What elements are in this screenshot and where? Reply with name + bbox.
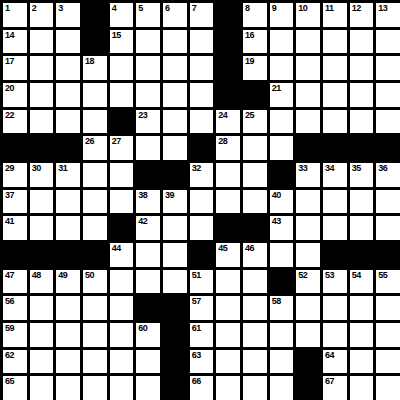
clue-number: 45 [218,243,227,254]
black-cell [110,216,134,240]
white-cell[interactable] [163,136,187,160]
clue-number: 26 [85,136,94,147]
clue-number: 24 [218,110,227,121]
white-cell[interactable] [83,376,107,400]
clue-number: 29 [5,163,14,174]
white-cell[interactable] [323,323,347,347]
white-cell[interactable] [83,110,107,134]
clue-number: 8 [245,3,250,14]
clue-number: 10 [298,3,307,14]
clue-number: 36 [378,163,387,174]
white-cell[interactable] [136,350,160,374]
black-cell [296,136,320,160]
clue-number: 53 [325,270,334,281]
black-cell [350,136,374,160]
clue-number: 40 [272,190,281,201]
white-cell[interactable] [56,110,80,134]
white-cell[interactable] [216,190,240,214]
clue-number: 4 [112,3,117,14]
black-cell [243,216,267,240]
white-cell[interactable] [323,30,347,54]
white-cell[interactable] [136,56,160,80]
white-cell[interactable] [110,190,134,214]
white-cell[interactable] [376,376,400,400]
white-cell[interactable]: 60 [136,323,160,347]
white-cell[interactable] [243,136,267,160]
white-cell[interactable]: 26 [83,136,107,160]
white-cell[interactable] [296,216,320,240]
white-cell[interactable] [376,30,400,54]
white-cell[interactable]: 37 [3,190,27,214]
white-cell[interactable]: 5 [136,3,160,27]
clue-number: 5 [138,3,143,14]
clue-number: 50 [85,270,94,281]
white-cell[interactable]: 36 [376,163,400,187]
white-cell[interactable]: 3 [56,3,80,27]
white-cell[interactable] [296,323,320,347]
clue-number: 43 [272,216,281,227]
white-cell[interactable]: 50 [83,270,107,294]
white-cell[interactable]: 14 [3,30,27,54]
white-cell[interactable] [110,376,134,400]
white-cell[interactable]: 41 [3,216,27,240]
white-cell[interactable]: 38 [136,190,160,214]
white-cell[interactable] [163,30,187,54]
white-cell[interactable] [83,163,107,187]
clue-number: 59 [5,323,14,334]
white-cell[interactable]: 2 [30,3,54,27]
clue-number: 23 [138,110,147,121]
white-cell[interactable] [163,216,187,240]
white-cell[interactable] [323,83,347,107]
white-cell[interactable] [243,350,267,374]
white-cell[interactable] [190,110,214,134]
white-cell[interactable]: 49 [56,270,80,294]
black-cell [190,243,214,267]
white-cell[interactable]: 58 [270,296,294,320]
white-cell[interactable] [323,296,347,320]
clue-number: 55 [378,270,387,281]
black-cell [376,243,400,267]
white-cell[interactable] [30,30,54,54]
white-cell[interactable] [376,350,400,374]
white-cell[interactable]: 30 [30,163,54,187]
clue-number: 3 [58,3,63,14]
white-cell[interactable] [216,163,240,187]
clue-number: 64 [325,350,334,361]
white-cell[interactable] [30,296,54,320]
black-cell [270,163,294,187]
clue-number: 6 [165,3,170,14]
white-cell[interactable]: 10 [296,3,320,27]
clue-number: 61 [192,323,201,334]
clue-number: 46 [245,243,254,254]
black-cell [296,350,320,374]
white-cell[interactable]: 59 [3,323,27,347]
clue-number: 47 [5,270,14,281]
white-cell[interactable] [243,376,267,400]
white-cell[interactable] [136,30,160,54]
white-cell[interactable]: 57 [190,296,214,320]
white-cell[interactable] [110,296,134,320]
clue-number: 14 [5,30,14,41]
crossword-grid: 1234567891011121314151617181920212223242… [0,0,400,400]
clue-number: 18 [85,56,94,67]
white-cell[interactable] [56,56,80,80]
clue-number: 7 [192,3,197,14]
black-cell [270,270,294,294]
white-cell[interactable] [83,216,107,240]
white-cell[interactable]: 64 [323,350,347,374]
white-cell[interactable]: 29 [3,163,27,187]
white-cell[interactable]: 15 [110,30,134,54]
black-cell [163,163,187,187]
white-cell[interactable] [83,190,107,214]
clue-number: 30 [32,163,41,174]
clue-number: 33 [298,163,307,174]
black-cell [3,243,27,267]
clue-number: 60 [138,323,147,334]
white-cell[interactable]: 56 [3,296,27,320]
white-cell[interactable] [216,350,240,374]
white-cell[interactable] [270,323,294,347]
white-cell[interactable] [243,270,267,294]
clue-number: 34 [325,163,334,174]
clue-number: 15 [112,30,121,41]
white-cell[interactable] [270,136,294,160]
black-cell [136,163,160,187]
black-cell [376,136,400,160]
white-cell[interactable] [270,376,294,400]
white-cell[interactable] [243,163,267,187]
white-cell[interactable] [190,83,214,107]
white-cell[interactable] [190,190,214,214]
white-cell[interactable] [190,30,214,54]
white-cell[interactable] [270,350,294,374]
white-cell[interactable]: 21 [270,83,294,107]
white-cell[interactable]: 6 [163,3,187,27]
white-cell[interactable] [83,350,107,374]
clue-number: 57 [192,296,201,307]
white-cell[interactable] [350,56,374,80]
white-cell[interactable]: 48 [30,270,54,294]
clue-number: 27 [112,136,121,147]
white-cell[interactable] [56,376,80,400]
clue-number: 48 [32,270,41,281]
white-cell[interactable] [323,56,347,80]
white-cell[interactable] [136,83,160,107]
white-cell[interactable]: 1 [3,3,27,27]
white-cell[interactable]: 18 [83,56,107,80]
white-cell[interactable]: 51 [190,270,214,294]
white-cell[interactable] [296,190,320,214]
white-cell[interactable]: 7 [190,3,214,27]
white-cell[interactable] [350,216,374,240]
clue-number: 52 [298,270,307,281]
clue-number: 9 [272,3,277,14]
white-cell[interactable]: 40 [270,190,294,214]
white-cell[interactable]: 23 [136,110,160,134]
white-cell[interactable] [56,296,80,320]
white-cell[interactable] [163,110,187,134]
white-cell[interactable] [350,190,374,214]
black-cell [136,296,160,320]
white-cell[interactable] [163,243,187,267]
white-cell[interactable] [270,56,294,80]
white-cell[interactable] [136,270,160,294]
clue-number: 38 [138,190,147,201]
white-cell[interactable]: 65 [3,376,27,400]
white-cell[interactable] [350,30,374,54]
white-cell[interactable] [136,376,160,400]
white-cell[interactable] [30,190,54,214]
white-cell[interactable] [56,83,80,107]
clue-number: 13 [378,3,387,14]
white-cell[interactable] [376,56,400,80]
white-cell[interactable] [350,376,374,400]
black-cell [216,216,240,240]
white-cell[interactable] [216,270,240,294]
white-cell[interactable]: 61 [190,323,214,347]
black-cell [163,323,187,347]
white-cell[interactable] [296,83,320,107]
black-cell [83,3,107,27]
black-cell [323,243,347,267]
white-cell[interactable] [110,350,134,374]
black-cell [163,350,187,374]
white-cell[interactable] [56,323,80,347]
white-cell[interactable] [243,190,267,214]
clue-number: 12 [352,3,361,14]
white-cell[interactable] [376,110,400,134]
black-cell [56,243,80,267]
white-cell[interactable]: 19 [243,56,267,80]
clue-number: 2 [32,3,37,14]
white-cell[interactable] [163,83,187,107]
clue-number: 35 [352,163,361,174]
white-cell[interactable]: 20 [3,83,27,107]
clue-number: 31 [58,163,67,174]
white-cell[interactable] [110,56,134,80]
clue-number: 63 [192,350,201,361]
white-cell[interactable] [270,30,294,54]
clue-number: 39 [165,190,174,201]
white-cell[interactable]: 42 [136,216,160,240]
clue-number: 58 [272,296,281,307]
white-cell[interactable]: 9 [270,3,294,27]
white-cell[interactable] [136,136,160,160]
white-cell[interactable]: 46 [243,243,267,267]
white-cell[interactable]: 53 [323,270,347,294]
white-cell[interactable] [270,243,294,267]
white-cell[interactable] [296,243,320,267]
black-cell [30,136,54,160]
white-cell[interactable]: 24 [216,110,240,134]
white-cell[interactable] [296,296,320,320]
white-cell[interactable] [83,83,107,107]
clue-number: 16 [245,30,254,41]
white-cell[interactable] [216,296,240,320]
white-cell[interactable] [216,323,240,347]
white-cell[interactable]: 55 [376,270,400,294]
black-cell [56,136,80,160]
clue-number: 25 [245,110,254,121]
black-cell [323,136,347,160]
black-cell [296,376,320,400]
black-cell [83,30,107,54]
white-cell[interactable]: 32 [190,163,214,187]
clue-number: 20 [5,83,14,94]
clue-number: 65 [5,376,14,387]
white-cell[interactable]: 45 [216,243,240,267]
white-cell[interactable] [323,190,347,214]
white-cell[interactable] [296,30,320,54]
white-cell[interactable]: 66 [190,376,214,400]
white-cell[interactable]: 16 [243,30,267,54]
black-cell [163,376,187,400]
clue-number: 28 [218,136,227,147]
white-cell[interactable] [190,216,214,240]
white-cell[interactable] [56,216,80,240]
white-cell[interactable] [350,110,374,134]
black-cell [110,110,134,134]
clue-number: 17 [5,56,14,67]
white-cell[interactable] [30,216,54,240]
white-cell[interactable] [376,216,400,240]
white-cell[interactable] [190,56,214,80]
white-cell[interactable] [83,323,107,347]
clue-number: 1 [5,3,10,14]
white-cell[interactable]: 47 [3,270,27,294]
white-cell[interactable] [56,190,80,214]
white-cell[interactable] [376,296,400,320]
white-cell[interactable] [243,296,267,320]
white-cell[interactable] [350,350,374,374]
white-cell[interactable] [243,323,267,347]
white-cell[interactable] [110,83,134,107]
white-cell[interactable]: 12 [350,3,374,27]
white-cell[interactable] [350,323,374,347]
white-cell[interactable]: 34 [323,163,347,187]
white-cell[interactable] [136,243,160,267]
clue-number: 32 [192,163,201,174]
clue-number: 66 [192,376,201,387]
white-cell[interactable] [30,110,54,134]
white-cell[interactable]: 33 [296,163,320,187]
clue-number: 62 [5,350,14,361]
clue-number: 51 [192,270,201,281]
white-cell[interactable]: 63 [190,350,214,374]
white-cell[interactable]: 43 [270,216,294,240]
black-cell [163,296,187,320]
white-cell[interactable] [163,56,187,80]
white-cell[interactable] [30,350,54,374]
black-cell [83,243,107,267]
white-cell[interactable]: 28 [216,136,240,160]
white-cell[interactable] [110,323,134,347]
clue-number: 11 [325,3,334,14]
white-cell[interactable]: 67 [323,376,347,400]
clue-number: 54 [352,270,361,281]
white-cell[interactable]: 4 [110,3,134,27]
white-cell[interactable] [323,110,347,134]
white-cell[interactable]: 8 [243,3,267,27]
clue-number: 44 [112,243,121,254]
white-cell[interactable] [110,270,134,294]
black-cell [190,136,214,160]
white-cell[interactable] [56,350,80,374]
clue-number: 22 [5,110,14,121]
white-cell[interactable] [163,270,187,294]
white-cell[interactable]: 52 [296,270,320,294]
white-cell[interactable]: 17 [3,56,27,80]
white-cell[interactable]: 11 [323,3,347,27]
black-cell [243,83,267,107]
clue-number: 21 [272,83,281,94]
black-cell [216,3,240,27]
white-cell[interactable] [30,83,54,107]
white-cell[interactable]: 25 [243,110,267,134]
white-cell[interactable] [376,323,400,347]
white-cell[interactable]: 54 [350,270,374,294]
white-cell[interactable]: 31 [56,163,80,187]
white-cell[interactable] [296,56,320,80]
clue-number: 67 [325,376,334,387]
white-cell[interactable] [30,376,54,400]
white-cell[interactable]: 44 [110,243,134,267]
white-cell[interactable]: 39 [163,190,187,214]
white-cell[interactable] [110,163,134,187]
clue-number: 49 [58,270,67,281]
white-cell[interactable] [270,110,294,134]
white-cell[interactable] [30,56,54,80]
white-cell[interactable] [216,376,240,400]
black-cell [3,136,27,160]
white-cell[interactable] [376,83,400,107]
white-cell[interactable] [30,323,54,347]
clue-number: 41 [5,216,14,227]
black-cell [216,56,240,80]
white-cell[interactable]: 62 [3,350,27,374]
clue-number: 42 [138,216,147,227]
white-cell[interactable] [296,110,320,134]
clue-number: 37 [5,190,14,201]
white-cell[interactable] [350,296,374,320]
black-cell [350,243,374,267]
black-cell [216,30,240,54]
white-cell[interactable] [376,190,400,214]
clue-number: 19 [245,56,254,67]
white-cell[interactable]: 35 [350,163,374,187]
white-cell[interactable]: 13 [376,3,400,27]
white-cell[interactable] [323,216,347,240]
white-cell[interactable]: 27 [110,136,134,160]
white-cell[interactable] [56,30,80,54]
white-cell[interactable] [83,296,107,320]
clue-number: 56 [5,296,14,307]
black-cell [30,243,54,267]
white-cell[interactable]: 22 [3,110,27,134]
white-cell[interactable] [350,83,374,107]
black-cell [216,83,240,107]
